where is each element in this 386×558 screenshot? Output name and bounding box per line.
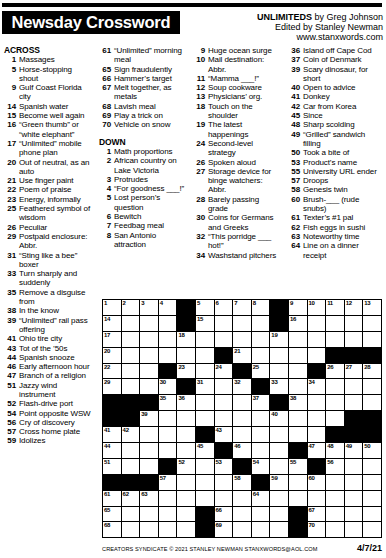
cell-r4c1[interactable]: 20: [103, 348, 121, 363]
cell-r5c11[interactable]: [289, 364, 307, 379]
clue-number: 19: [193, 120, 205, 139]
cell-number-35: 35: [160, 395, 166, 402]
cell-r6c3[interactable]: [140, 379, 158, 394]
cell-r6c7[interactable]: [215, 379, 233, 394]
clue-text: Gulf Coast Florida city: [19, 83, 91, 102]
cell-r4c11[interactable]: [289, 348, 307, 363]
cell-r4c3[interactable]: [140, 348, 158, 363]
cell-r9c2[interactable]: 42: [122, 427, 140, 442]
cell-r11c6[interactable]: [196, 459, 214, 474]
cell-r5c1[interactable]: 22: [103, 364, 121, 379]
puzzle-name-line: UNLIMITEDS by Greg Johnson: [257, 12, 383, 22]
cell-r1c7[interactable]: 6: [215, 300, 233, 315]
clue-text: “Green thumb” or “white elephant”: [19, 120, 91, 139]
cell-number-40: 40: [271, 411, 277, 418]
clue-text: Cross home plate: [19, 427, 91, 436]
clue-number: 56: [4, 418, 16, 427]
cell-r3c2[interactable]: [122, 332, 140, 347]
cell-r1c8[interactable]: 7: [233, 300, 251, 315]
clue-text: Poem of praise: [19, 185, 91, 194]
cell-r9c10[interactable]: [270, 427, 288, 442]
clue-15a: 15Become well again: [4, 111, 91, 120]
cell-r1c13[interactable]: 11: [326, 300, 344, 315]
cell-r2c6[interactable]: 15: [196, 316, 214, 331]
clue-number: 40: [288, 83, 300, 92]
cell-r4c2[interactable]: [122, 348, 140, 363]
cell-number-64: 64: [253, 491, 259, 498]
clue-27d: 27Storage device for binge watchers: Abb…: [193, 167, 280, 195]
cell-r1c15[interactable]: 13: [363, 300, 381, 315]
clue-number: 22: [4, 185, 16, 194]
cell-r3c6[interactable]: [196, 332, 214, 347]
cell-r13c2[interactable]: 62: [122, 491, 140, 506]
cell-r13c3[interactable]: 63: [140, 491, 158, 506]
cell-r9c9[interactable]: [252, 427, 270, 442]
cell-r12c11[interactable]: [289, 475, 307, 490]
cell-r3c15[interactable]: [363, 332, 381, 347]
cell-r2c2[interactable]: [122, 316, 140, 331]
cell-r7c4[interactable]: 35: [159, 395, 177, 410]
cell-r2c4[interactable]: [159, 316, 177, 331]
clue-49d: 49“Grilled” sandwich filling: [288, 130, 379, 149]
clue-number: 57: [288, 176, 300, 185]
cell-r6c10[interactable]: 33: [270, 379, 288, 394]
clue-number: 50: [288, 148, 300, 157]
cell-r8c7[interactable]: [215, 411, 233, 426]
cell-r7c13[interactable]: [326, 395, 344, 410]
cell-r12c15[interactable]: [363, 475, 381, 490]
cell-r7c7[interactable]: [215, 395, 233, 410]
cell-r1c1[interactable]: 1: [103, 300, 121, 315]
cell-r11c15[interactable]: [363, 459, 381, 474]
cell-r3c13[interactable]: [326, 332, 344, 347]
clue-1d: 1Math proportions: [99, 147, 186, 156]
cell-r10c13[interactable]: 48: [326, 443, 344, 458]
cell-number-5: 5: [197, 300, 200, 307]
clue-text: Horse-stopping shout: [19, 65, 91, 84]
cell-r1c3[interactable]: 3: [140, 300, 158, 315]
cell-r3c3[interactable]: [140, 332, 158, 347]
cell-r12c8[interactable]: 58: [233, 475, 251, 490]
cell-r15c7[interactable]: 69: [215, 522, 233, 537]
clue-41d: 41Donkey: [288, 92, 379, 101]
cell-r1c6[interactable]: 5: [196, 300, 214, 315]
cell-r6c12[interactable]: 34: [308, 379, 326, 394]
cell-r13c4[interactable]: [159, 491, 177, 506]
puzzle-name: UNLIMITEDS: [257, 12, 312, 22]
cell-r11c1[interactable]: 51: [103, 459, 121, 474]
cell-r14c4[interactable]: [159, 507, 177, 522]
cell-r10c12[interactable]: 47: [308, 443, 326, 458]
cell-r8c5[interactable]: [177, 411, 195, 426]
crossword-grid: 1234567891011121314151617181920212223242…: [102, 299, 382, 538]
cell-number-11: 11: [327, 300, 333, 307]
cell-number-66: 66: [216, 507, 222, 514]
cell-r1c2[interactable]: 2: [122, 300, 140, 315]
cell-r12c7[interactable]: [215, 475, 233, 490]
clue-number: 45: [288, 111, 300, 120]
clue-text: Soup cookware: [208, 83, 280, 92]
clue-9d: 9Huge ocean surge: [193, 46, 280, 55]
black-cell-r12c1: [103, 475, 121, 490]
cell-number-6: 6: [216, 300, 219, 307]
cell-number-33: 33: [271, 379, 277, 386]
cell-r2c15[interactable]: [363, 316, 381, 331]
cell-r5c6[interactable]: [196, 364, 214, 379]
cell-number-37: 37: [253, 395, 259, 402]
cell-number-21: 21: [234, 348, 240, 355]
cell-number-58: 58: [234, 475, 240, 482]
cell-r5c3[interactable]: [140, 364, 158, 379]
cell-r10c4[interactable]: [159, 443, 177, 458]
cell-r14c3[interactable]: [140, 507, 158, 522]
cell-number-41: 41: [104, 427, 110, 434]
cell-number-54: 54: [253, 459, 259, 466]
cell-r7c5[interactable]: 36: [177, 395, 195, 410]
cell-r12c5[interactable]: [177, 475, 195, 490]
cell-r9c1[interactable]: 41: [103, 427, 121, 442]
clue-number: 47: [4, 371, 16, 380]
cell-r7c9[interactable]: 37: [252, 395, 270, 410]
cell-r9c5[interactable]: [177, 427, 195, 442]
clue-6d: 6Bewitch: [99, 212, 186, 221]
cell-r7c14[interactable]: [345, 395, 363, 410]
cell-number-56: 56: [327, 459, 333, 466]
cell-r7c11[interactable]: 38: [289, 395, 307, 410]
cell-number-27: 27: [346, 364, 352, 371]
cell-r8c6[interactable]: [196, 411, 214, 426]
cell-r7c12[interactable]: [308, 395, 326, 410]
clue-number: 35: [4, 288, 16, 307]
cell-r14c8[interactable]: [233, 507, 251, 522]
cell-r7c15[interactable]: [363, 395, 381, 410]
clue-number: 25: [4, 204, 16, 223]
clue-text: Sign fraudulently: [114, 65, 186, 74]
clue-text: Use finger paint: [19, 176, 91, 185]
cell-r10c14[interactable]: 49: [345, 443, 363, 458]
cell-r11c11[interactable]: 55: [289, 459, 307, 474]
clue-7d: 7Feedbag meal: [99, 221, 186, 230]
puzzle-author: by Greg Johnson: [312, 12, 383, 22]
clue-number: 27: [193, 167, 205, 195]
cell-r13c12[interactable]: [308, 491, 326, 506]
cell-r5c2[interactable]: [122, 364, 140, 379]
cell-r15c14[interactable]: [345, 522, 363, 537]
clue-61d: 61Texter’s #1 pal: [288, 213, 379, 222]
cell-r14c9[interactable]: [252, 507, 270, 522]
cell-r6c6[interactable]: 31: [196, 379, 214, 394]
cell-r11c14[interactable]: [345, 459, 363, 474]
cell-r5c7[interactable]: 24: [215, 364, 233, 379]
cell-r11c3[interactable]: [140, 459, 158, 474]
cell-r15c9[interactable]: [252, 522, 270, 537]
cell-number-48: 48: [327, 443, 333, 450]
clue-3d: 3Protrudes: [99, 175, 186, 184]
cell-r9c7[interactable]: 43: [215, 427, 233, 442]
cell-r4c4[interactable]: [159, 348, 177, 363]
cell-r13c15[interactable]: [363, 491, 381, 506]
cell-r10c8[interactable]: 46: [233, 443, 251, 458]
cell-r14c5[interactable]: [177, 507, 195, 522]
cell-r6c13[interactable]: [326, 379, 344, 394]
cell-r13c11[interactable]: [289, 491, 307, 506]
cell-r8c4[interactable]: [159, 411, 177, 426]
cell-r12c6[interactable]: [196, 475, 214, 490]
clue-number: 69: [99, 111, 111, 120]
cell-r3c4[interactable]: [159, 332, 177, 347]
cell-r9c4[interactable]: [159, 427, 177, 442]
clue-number: 39: [4, 316, 16, 335]
black-cell-r2c5: [177, 316, 195, 331]
cell-r5c13[interactable]: 26: [326, 364, 344, 379]
cell-r1c4[interactable]: 4: [159, 300, 177, 315]
cell-r3c12[interactable]: [308, 332, 326, 347]
cell-r13c10[interactable]: [270, 491, 288, 506]
cell-r2c14[interactable]: [345, 316, 363, 331]
cell-r8c10[interactable]: 40: [270, 411, 288, 426]
clue-number: 44: [4, 353, 16, 362]
cell-r14c7[interactable]: 66: [215, 507, 233, 522]
clue-2d: 2African country on Lake Victoria: [99, 156, 186, 175]
cell-r7c6[interactable]: [196, 395, 214, 410]
cell-r9c8[interactable]: [233, 427, 251, 442]
cell-r3c10[interactable]: 19: [270, 332, 288, 347]
cell-r3c1[interactable]: 17: [103, 332, 121, 347]
clue-39d: 39Scary dinosaur, for short: [288, 65, 379, 84]
cell-r11c13[interactable]: 56: [326, 459, 344, 474]
clue-44a: 44Spanish snooze: [4, 353, 91, 362]
cell-r3c14[interactable]: [345, 332, 363, 347]
cell-r11c7[interactable]: 53: [215, 459, 233, 474]
cell-number-1: 1: [104, 300, 107, 307]
cell-r13c1[interactable]: 61: [103, 491, 121, 506]
cell-r4c8[interactable]: 21: [233, 348, 251, 363]
clue-52a: 52Flash-drive port: [4, 399, 91, 408]
cell-r14c13[interactable]: [326, 507, 344, 522]
cell-r15c15[interactable]: [363, 522, 381, 537]
cell-r2c1[interactable]: 14: [103, 316, 121, 331]
cell-r10c2[interactable]: [122, 443, 140, 458]
clue-number: 68: [99, 102, 111, 111]
page-title: Newsday Crossword: [12, 13, 171, 32]
clue-text: Scary dinosaur, for short: [303, 65, 379, 84]
clue-21a: 21Use finger paint: [4, 176, 91, 185]
cell-r5c5[interactable]: 23: [177, 364, 195, 379]
cell-r11c2[interactable]: [122, 459, 140, 474]
cell-r14c10[interactable]: [270, 507, 288, 522]
clue-24d: 24Second-level strategy: [193, 139, 280, 158]
cell-r2c7[interactable]: [215, 316, 233, 331]
cell-number-36: 36: [178, 395, 184, 402]
cell-r12c12[interactable]: 60: [308, 475, 326, 490]
cell-number-7: 7: [234, 300, 237, 307]
cell-r15c12[interactable]: 70: [308, 522, 326, 537]
cell-r10c5[interactable]: [177, 443, 195, 458]
cell-r15c13[interactable]: [326, 522, 344, 537]
clue-text: “Unlimited” rail pass offering: [19, 316, 91, 335]
clue-8d: 8San Antonio attraction: [99, 231, 186, 250]
cell-r2c8[interactable]: [233, 316, 251, 331]
black-cell-r5c12: [308, 364, 326, 379]
cell-r4c6[interactable]: [196, 348, 214, 363]
cell-r6c14[interactable]: [345, 379, 363, 394]
cell-number-38: 38: [290, 395, 296, 402]
cell-r12c13[interactable]: [326, 475, 344, 490]
cell-r3c8[interactable]: [233, 332, 251, 347]
cell-r3c5[interactable]: 18: [177, 332, 195, 347]
cell-r13c9[interactable]: 64: [252, 491, 270, 506]
cell-number-57: 57: [160, 475, 166, 482]
cell-r1c9[interactable]: 8: [252, 300, 270, 315]
cell-r2c12[interactable]: [308, 316, 326, 331]
cell-r15c1[interactable]: 68: [103, 522, 121, 537]
clue-heading-down: DOWN: [99, 138, 186, 147]
cell-r14c14[interactable]: [345, 507, 363, 522]
cell-r8c8[interactable]: [233, 411, 251, 426]
cell-number-4: 4: [160, 300, 163, 307]
cell-r15c8[interactable]: [233, 522, 251, 537]
cell-r9c11[interactable]: [289, 427, 307, 442]
cell-r13c6[interactable]: [196, 491, 214, 506]
cell-r8c12[interactable]: [308, 411, 326, 426]
cell-number-22: 22: [104, 364, 110, 371]
cell-r1c11[interactable]: 9: [289, 300, 307, 315]
clue-text: “For goodness ___!”: [114, 184, 186, 193]
cell-r8c13[interactable]: [326, 411, 344, 426]
black-cell-r14c11: [289, 507, 307, 522]
clue-text: Open to advice: [303, 83, 379, 92]
clue-60d: 60Brush-___ (rude snubs): [288, 195, 379, 214]
cell-r10c3[interactable]: [140, 443, 158, 458]
cell-r3c11[interactable]: [289, 332, 307, 347]
clue-text: Lost person’s question: [114, 193, 186, 212]
cell-r9c12[interactable]: [308, 427, 326, 442]
cell-r15c4[interactable]: [159, 522, 177, 537]
clue-text: Washstand pitchers: [208, 251, 280, 260]
cell-r14c15[interactable]: [363, 507, 381, 522]
cell-r15c3[interactable]: [140, 522, 158, 537]
cell-r11c9[interactable]: 54: [252, 459, 270, 474]
clue-text: Bewitch: [114, 212, 186, 221]
cell-r8c11[interactable]: [289, 411, 307, 426]
cell-r13c5[interactable]: [177, 491, 195, 506]
cell-r3c7[interactable]: [215, 332, 233, 347]
cell-r2c3[interactable]: [140, 316, 158, 331]
cell-r5c9[interactable]: 25: [252, 364, 270, 379]
clue-number: 52: [4, 399, 16, 408]
clue-number: 48: [288, 120, 300, 129]
clue-number: 54: [4, 409, 16, 418]
cell-r4c5[interactable]: [177, 348, 195, 363]
clue-64d: 64Line on a dinner receipt: [288, 241, 379, 260]
cell-r7c8[interactable]: [233, 395, 251, 410]
cell-r6c15[interactable]: [363, 379, 381, 394]
cell-r10c1[interactable]: 44: [103, 443, 121, 458]
cell-r14c2[interactable]: [122, 507, 140, 522]
clue-number: 70: [99, 120, 111, 129]
cell-r12c10[interactable]: 59: [270, 475, 288, 490]
clue-32d: 32“This porridge ___ hot!”: [193, 232, 280, 251]
clue-4d: 4“For goodness ___!”: [99, 184, 186, 193]
black-cell-r1c5: [177, 300, 195, 315]
cell-r13c14[interactable]: [345, 491, 363, 506]
cell-r6c4[interactable]: 30: [159, 379, 177, 394]
clue-61a: 61“Unlimited” morning meal: [99, 46, 186, 65]
cell-r10c6[interactable]: 45: [196, 443, 214, 458]
cell-r4c10[interactable]: [270, 348, 288, 363]
black-cell-r7c1: [103, 395, 121, 410]
cell-r15c2[interactable]: [122, 522, 140, 537]
cell-r8c3[interactable]: 39: [140, 411, 158, 426]
cell-r14c12[interactable]: 67: [308, 507, 326, 522]
cell-r1c14[interactable]: 12: [345, 300, 363, 315]
puzzle-editor: Edited by Stanley Newman: [257, 22, 383, 32]
cell-r15c5[interactable]: [177, 522, 195, 537]
cell-r12c14[interactable]: [345, 475, 363, 490]
cell-r6c11[interactable]: [289, 379, 307, 394]
clue-number: 2: [99, 156, 111, 175]
cell-r12c4[interactable]: 57: [159, 475, 177, 490]
cell-number-18: 18: [178, 332, 184, 339]
cell-number-24: 24: [216, 364, 222, 371]
cell-r4c12[interactable]: [308, 348, 326, 363]
cell-r14c1[interactable]: 65: [103, 507, 121, 522]
clue-22a: 22Poem of praise: [4, 185, 91, 194]
clue-16a: 16“Green thumb” or “white elephant”: [4, 120, 91, 139]
black-cell-r1c10: [270, 300, 288, 315]
cell-r8c9[interactable]: [252, 411, 270, 426]
cell-r2c11[interactable]: 16: [289, 316, 307, 331]
cell-r13c8[interactable]: [233, 491, 251, 506]
cell-r13c7[interactable]: [215, 491, 233, 506]
clue-text: Since: [303, 111, 379, 120]
cell-r11c5[interactable]: 52: [177, 459, 195, 474]
cell-r3c9[interactable]: [252, 332, 270, 347]
cell-r5c10[interactable]: [270, 364, 288, 379]
cell-number-14: 14: [104, 316, 110, 323]
cell-r4c9[interactable]: [252, 348, 270, 363]
clue-57d: 57Droops: [288, 176, 379, 185]
cell-r6c8[interactable]: 32: [233, 379, 251, 394]
clue-column-4: 36Island off Cape Cod37Coin of Denmark39…: [288, 46, 379, 260]
cell-r15c10[interactable]: [270, 522, 288, 537]
cell-r10c10[interactable]: [270, 443, 288, 458]
cell-r9c3[interactable]: [140, 427, 158, 442]
byline-block: UNLIMITEDS by Greg Johnson Edited by Sta…: [257, 12, 383, 43]
cell-r11c10[interactable]: [270, 459, 288, 474]
clue-number: 12: [193, 83, 205, 92]
clue-text: Branch of a religion: [19, 371, 91, 380]
cell-r5c15[interactable]: 28: [363, 364, 381, 379]
cell-r6c2[interactable]: [122, 379, 140, 394]
clue-text: “Sting like a bee” boxer: [19, 251, 91, 270]
cell-r6c1[interactable]: 29: [103, 379, 121, 394]
cell-r2c13[interactable]: [326, 316, 344, 331]
clue-column-2: 61“Unlimited” morning meal65Sign fraudul…: [99, 46, 186, 249]
cell-r5c14[interactable]: 27: [345, 364, 363, 379]
clue-number: 5: [99, 193, 111, 212]
cell-number-29: 29: [104, 379, 110, 386]
clue-14a: 14Spanish water: [4, 102, 91, 111]
cell-r10c15[interactable]: 50: [363, 443, 381, 458]
cell-r10c9[interactable]: [252, 443, 270, 458]
cell-r2c9[interactable]: [252, 316, 270, 331]
clue-69a: 69Play a trick on: [99, 111, 186, 120]
cell-r13c13[interactable]: [326, 491, 344, 506]
cell-r1c12[interactable]: 10: [308, 300, 326, 315]
clue-46a: 46Early afternoon hour: [4, 362, 91, 371]
cell-number-12: 12: [346, 300, 352, 307]
